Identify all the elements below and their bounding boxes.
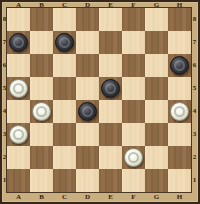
square-d8[interactable] xyxy=(76,8,99,31)
square-c3[interactable] xyxy=(53,123,76,146)
square-g7[interactable] xyxy=(145,31,168,54)
file-labels-bottom: ABCDEFGH xyxy=(7,192,191,202)
black-man-piece-d4[interactable] xyxy=(78,102,97,121)
square-f1[interactable] xyxy=(122,169,145,192)
file-label-c-bottom: C xyxy=(53,194,76,201)
square-c4[interactable] xyxy=(53,100,76,123)
square-c7[interactable] xyxy=(53,31,76,54)
square-b3[interactable] xyxy=(30,123,53,146)
file-label-g-bottom: G xyxy=(145,194,168,201)
square-f2[interactable] xyxy=(122,146,145,169)
square-f6[interactable] xyxy=(122,54,145,77)
file-label-b-bottom: B xyxy=(30,194,53,201)
square-d6[interactable] xyxy=(76,54,99,77)
square-f7[interactable] xyxy=(122,31,145,54)
white-man-piece-b4[interactable] xyxy=(32,102,51,121)
square-c6[interactable] xyxy=(53,54,76,77)
square-b1[interactable] xyxy=(30,169,53,192)
square-a7[interactable] xyxy=(7,31,30,54)
square-c8[interactable] xyxy=(53,8,76,31)
square-h3[interactable] xyxy=(168,123,191,146)
square-e2[interactable] xyxy=(99,146,122,169)
square-e5[interactable] xyxy=(99,77,122,100)
square-a6[interactable] xyxy=(7,54,30,77)
white-man-piece-f2[interactable] xyxy=(124,148,143,167)
square-e6[interactable] xyxy=(99,54,122,77)
rank-label-1-right: 1 xyxy=(191,169,198,192)
square-h4[interactable] xyxy=(168,100,191,123)
black-man-piece-e5[interactable] xyxy=(101,79,120,98)
square-f5[interactable] xyxy=(122,77,145,100)
file-label-h-bottom: H xyxy=(168,194,191,201)
square-h8[interactable] xyxy=(168,8,191,31)
rank-label-3-right: 3 xyxy=(191,123,198,146)
square-b5[interactable] xyxy=(30,77,53,100)
square-g8[interactable] xyxy=(145,8,168,31)
square-h6[interactable] xyxy=(168,54,191,77)
square-b8[interactable] xyxy=(30,8,53,31)
square-a1[interactable] xyxy=(7,169,30,192)
file-label-e-bottom: E xyxy=(99,194,122,201)
square-d2[interactable] xyxy=(76,146,99,169)
square-c1[interactable] xyxy=(53,169,76,192)
black-man-piece-a7[interactable] xyxy=(9,33,28,52)
square-d7[interactable] xyxy=(76,31,99,54)
square-d5[interactable] xyxy=(76,77,99,100)
square-d3[interactable] xyxy=(76,123,99,146)
square-b7[interactable] xyxy=(30,31,53,54)
square-g6[interactable] xyxy=(145,54,168,77)
square-g3[interactable] xyxy=(145,123,168,146)
square-f4[interactable] xyxy=(122,100,145,123)
rank-label-8-right: 8 xyxy=(191,8,198,31)
square-a4[interactable] xyxy=(7,100,30,123)
square-b6[interactable] xyxy=(30,54,53,77)
square-g5[interactable] xyxy=(145,77,168,100)
rank-label-7-right: 7 xyxy=(191,31,198,54)
square-e3[interactable] xyxy=(99,123,122,146)
square-e1[interactable] xyxy=(99,169,122,192)
file-label-f-bottom: F xyxy=(122,194,145,201)
rank-labels-right: 87654321 xyxy=(191,8,198,192)
rank-label-6-right: 6 xyxy=(191,54,198,77)
square-g2[interactable] xyxy=(145,146,168,169)
black-man-piece-c7[interactable] xyxy=(55,33,74,52)
rank-label-2-right: 2 xyxy=(191,146,198,169)
square-e8[interactable] xyxy=(99,8,122,31)
square-h2[interactable] xyxy=(168,146,191,169)
square-a8[interactable] xyxy=(7,8,30,31)
square-a3[interactable] xyxy=(7,123,30,146)
rank-label-5-right: 5 xyxy=(191,77,198,100)
checkers-board: ABCDEFGH 87654321 87654321 ABCDEFGH xyxy=(0,0,200,204)
square-g1[interactable] xyxy=(145,169,168,192)
file-label-d-bottom: D xyxy=(76,194,99,201)
white-man-piece-h4[interactable] xyxy=(170,102,189,121)
square-c5[interactable] xyxy=(53,77,76,100)
square-h5[interactable] xyxy=(168,77,191,100)
square-a2[interactable] xyxy=(7,146,30,169)
square-d4[interactable] xyxy=(76,100,99,123)
white-man-piece-a5[interactable] xyxy=(9,79,28,98)
file-label-a-bottom: A xyxy=(7,194,30,201)
square-a5[interactable] xyxy=(7,77,30,100)
square-h1[interactable] xyxy=(168,169,191,192)
rank-label-4-right: 4 xyxy=(191,100,198,123)
square-c2[interactable] xyxy=(53,146,76,169)
square-e7[interactable] xyxy=(99,31,122,54)
black-man-piece-h6[interactable] xyxy=(170,56,189,75)
square-f3[interactable] xyxy=(122,123,145,146)
square-b2[interactable] xyxy=(30,146,53,169)
square-f8[interactable] xyxy=(122,8,145,31)
square-h7[interactable] xyxy=(168,31,191,54)
square-b4[interactable] xyxy=(30,100,53,123)
square-d1[interactable] xyxy=(76,169,99,192)
square-g4[interactable] xyxy=(145,100,168,123)
board-field xyxy=(7,8,191,192)
white-man-piece-a3[interactable] xyxy=(9,125,28,144)
square-e4[interactable] xyxy=(99,100,122,123)
